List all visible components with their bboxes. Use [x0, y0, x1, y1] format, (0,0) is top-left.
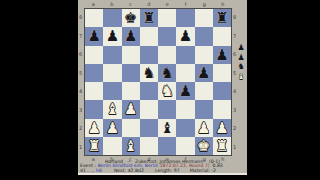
square-f3 [176, 100, 194, 118]
black-king: ♚ [122, 9, 140, 27]
rank-label-3: 3 [78, 101, 83, 120]
black-rook: ♜ [213, 9, 231, 27]
file-label-e: e [158, 1, 177, 7]
square-b2: ♟ [103, 119, 121, 137]
white-pawn: ♟ [213, 119, 231, 137]
square-h7 [213, 27, 231, 45]
file-labels-top: abcdefgh [84, 1, 232, 7]
white-bishop: ♝ [122, 137, 140, 155]
rank-labels-left: 87654321 [78, 8, 83, 156]
square-f5 [176, 64, 194, 82]
chess-viewer-panel: abcdefgh 87654321 87654321 ♚♜♜♟♟♟♟♟♞♞♟♞♟… [78, 0, 247, 175]
square-c5 [122, 64, 140, 82]
square-c1: ♝ [122, 137, 140, 155]
file-label-c: c [121, 1, 140, 7]
white-bishop: ♝ [103, 100, 121, 118]
black-bishop: ♝ [158, 119, 176, 137]
rank-label-1: 1 [78, 138, 83, 157]
rank-label-5: 5 [78, 64, 83, 83]
tray-black-pawn-icon: ♟ [237, 43, 244, 53]
square-d4 [140, 82, 158, 100]
square-h6: ♟ [213, 46, 231, 64]
white-rook: ♜ [213, 137, 231, 155]
square-c4 [122, 82, 140, 100]
square-d7 [140, 27, 158, 45]
square-e1 [158, 137, 176, 155]
square-d2 [140, 119, 158, 137]
file-label-b: b [103, 1, 122, 7]
black-rook: ♜ [140, 9, 158, 27]
black-pawn: ♟ [195, 64, 213, 82]
square-b5 [103, 64, 121, 82]
square-g3 [195, 100, 213, 118]
square-a8 [85, 9, 103, 27]
square-a5 [85, 64, 103, 82]
square-h3 [213, 100, 231, 118]
black-pawn: ♟ [122, 27, 140, 45]
square-e8 [158, 9, 176, 27]
tray-black-knight-icon: ♞ [237, 62, 244, 72]
square-g1: ♚ [195, 137, 213, 155]
rank-label-4: 4 [78, 82, 83, 101]
square-f4: ♟ [176, 82, 194, 100]
square-a3 [85, 100, 103, 118]
file-label-g: g [195, 1, 214, 7]
file-label-h: h [214, 1, 233, 7]
square-d5: ♞ [140, 64, 158, 82]
square-f7: ♟ [176, 27, 194, 45]
black-pawn: ♟ [213, 46, 231, 64]
square-g5: ♟ [195, 64, 213, 82]
square-a4 [85, 82, 103, 100]
square-f2 [176, 119, 194, 137]
square-h4 [213, 82, 231, 100]
square-b1 [103, 137, 121, 155]
square-a1: ♜ [85, 137, 103, 155]
rank-label-8: 8 [232, 8, 237, 27]
square-h1: ♜ [213, 137, 231, 155]
square-a2: ♟ [85, 119, 103, 137]
bottom-strip [78, 173, 247, 176]
square-d8: ♜ [140, 9, 158, 27]
rank-label-2: 2 [78, 119, 83, 138]
square-c3: ♟ [122, 100, 140, 118]
black-pawn: ♟ [103, 27, 121, 45]
file-label-d: d [140, 1, 159, 7]
black-knight: ♞ [140, 64, 158, 82]
tray-black-pawn-icon: ♟ [237, 53, 244, 63]
square-e4: ♞ [158, 82, 176, 100]
square-c7: ♟ [122, 27, 140, 45]
square-g2: ♟ [195, 119, 213, 137]
square-b3: ♝ [103, 100, 121, 118]
square-c2 [122, 119, 140, 137]
white-pawn: ♟ [195, 119, 213, 137]
square-h2: ♟ [213, 119, 231, 137]
square-h5 [213, 64, 231, 82]
file-label-a: a [84, 1, 103, 7]
square-f1 [176, 137, 194, 155]
rank-label-4: 4 [232, 82, 237, 101]
square-e2: ♝ [158, 119, 176, 137]
white-king: ♚ [195, 137, 213, 155]
white-pawn: ♟ [122, 100, 140, 118]
square-a7: ♟ [85, 27, 103, 45]
square-b6 [103, 46, 121, 64]
rank-labels-right: 87654321 [232, 8, 237, 156]
white-rook: ♜ [85, 137, 103, 155]
square-h8: ♜ [213, 9, 231, 27]
rank-label-7: 7 [78, 27, 83, 46]
square-c8: ♚ [122, 9, 140, 27]
rank-label-8: 8 [78, 8, 83, 27]
square-f8 [176, 9, 194, 27]
square-e3 [158, 100, 176, 118]
square-e7 [158, 27, 176, 45]
captured-material-tray: ♟♟♞♝ [236, 43, 246, 81]
white-pawn: ♟ [103, 119, 121, 137]
square-g4 [195, 82, 213, 100]
square-g8 [195, 9, 213, 27]
square-f6 [176, 46, 194, 64]
square-g7 [195, 27, 213, 45]
square-a6 [85, 46, 103, 64]
square-e6 [158, 46, 176, 64]
square-d6 [140, 46, 158, 64]
square-b7: ♟ [103, 27, 121, 45]
rank-label-3: 3 [232, 101, 237, 120]
square-b8 [103, 9, 121, 27]
white-pawn: ♟ [85, 119, 103, 137]
black-pawn: ♟ [85, 27, 103, 45]
square-d1 [140, 137, 158, 155]
rank-label-1: 1 [232, 138, 237, 157]
rank-label-2: 2 [232, 119, 237, 138]
square-d3 [140, 100, 158, 118]
square-e5: ♞ [158, 64, 176, 82]
black-pawn: ♟ [176, 82, 194, 100]
video-frame: abcdefgh 87654321 87654321 ♚♜♜♟♟♟♟♟♞♞♟♞♟… [0, 0, 320, 180]
rank-label-6: 6 [78, 45, 83, 64]
square-c6 [122, 46, 140, 64]
board: ♚♜♜♟♟♟♟♟♞♞♟♞♟♝♟♟♟♝♟♟♜♝♚♜ [84, 8, 232, 156]
square-b4 [103, 82, 121, 100]
white-knight: ♞ [158, 82, 176, 100]
square-g6 [195, 46, 213, 64]
file-label-f: f [177, 1, 196, 7]
black-pawn: ♟ [176, 27, 194, 45]
black-knight: ♞ [158, 64, 176, 82]
tray-white-bishop-icon: ♝ [237, 72, 244, 82]
